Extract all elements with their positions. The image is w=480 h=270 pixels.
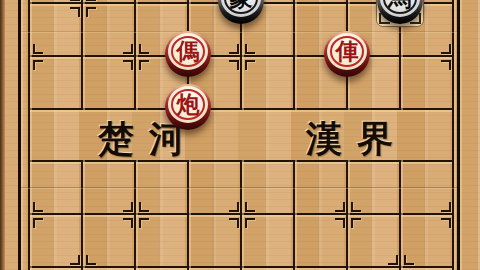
xiangqi-board[interactable]: 楚河 漢界 象馬傌炮俥 xyxy=(0,0,480,270)
piece-glyph: 象 xyxy=(218,0,264,18)
piece-glyph: 馬 xyxy=(377,0,423,18)
board-left-edge xyxy=(0,0,5,270)
piece-red-cannon[interactable]: 炮 xyxy=(165,84,211,130)
piece-red-horse[interactable]: 傌 xyxy=(165,31,211,77)
piece-glyph: 俥 xyxy=(324,32,370,71)
piece-glyph: 傌 xyxy=(165,32,211,71)
river-label-han-jie: 漢界 xyxy=(306,115,408,164)
piece-glyph: 炮 xyxy=(165,85,211,124)
piece-red-chariot[interactable]: 俥 xyxy=(324,31,370,77)
